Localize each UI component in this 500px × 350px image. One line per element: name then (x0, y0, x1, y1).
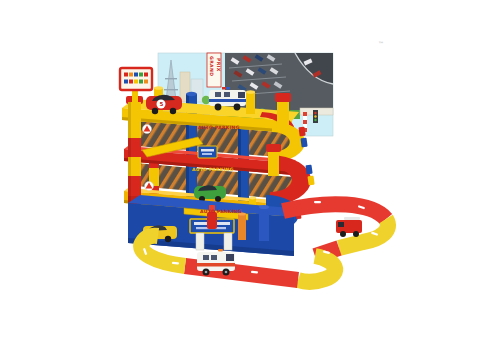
grand-prix-line2: PRIX (216, 58, 221, 72)
car-number-label: 5 (159, 101, 163, 107)
deck-label-middle: AUTO PARKING (192, 167, 234, 172)
garage-column-blue-ground (259, 205, 269, 241)
track-segment-yellow-bottom-right (298, 256, 335, 282)
deck-post-right-mid (266, 144, 281, 176)
fire-truck (336, 217, 362, 237)
grand-prix-line1: GRAND (209, 56, 214, 77)
grand-prix-sign: GRAND PRIX (207, 53, 221, 87)
orange-pillar (238, 212, 246, 240)
product-photo: GRAND PRIX (0, 0, 500, 350)
warning-emblem-lower (145, 182, 154, 191)
deck-post-right-top (275, 93, 291, 130)
deck-label-top: AUTO PARKING (198, 125, 240, 130)
trademark-mark: ™ (378, 40, 384, 47)
warning-emblem-upper (143, 125, 152, 134)
parking-sign-level3 (198, 146, 217, 158)
deck-label-lower: AUTO PARKING (200, 209, 242, 214)
